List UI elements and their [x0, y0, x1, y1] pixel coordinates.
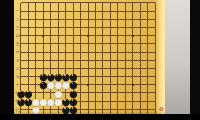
intersection — [129, 73, 136, 81]
go-board: 一二三四五六七八九十十一十二十三十四十五 ●●●●●●●●●●●●●●●●●●●… — [14, 0, 165, 120]
intersection — [152, 16, 159, 24]
intersection — [122, 89, 129, 97]
intersection — [144, 73, 151, 81]
intersection — [122, 16, 129, 24]
intersection — [55, 7, 62, 15]
intersection — [40, 24, 47, 32]
intersection — [25, 24, 32, 32]
intersection — [85, 16, 92, 24]
intersection — [137, 97, 144, 105]
intersection — [77, 97, 84, 105]
intersection — [144, 40, 151, 48]
intersection — [144, 89, 151, 97]
intersection — [107, 16, 114, 24]
intersection — [114, 16, 121, 24]
intersection — [70, 32, 77, 40]
intersection — [122, 32, 129, 40]
intersection — [85, 57, 92, 65]
intersection — [17, 57, 24, 65]
intersection — [107, 7, 114, 15]
intersection — [92, 97, 99, 105]
intersection — [99, 24, 106, 32]
intersection — [85, 73, 92, 81]
intersection — [122, 57, 129, 65]
intersection — [137, 81, 144, 89]
intersection — [25, 7, 32, 15]
intersection — [17, 7, 24, 15]
intersection — [99, 16, 106, 24]
intersection — [92, 24, 99, 32]
intersection — [114, 40, 121, 48]
intersection — [107, 48, 114, 56]
intersection — [77, 7, 84, 15]
intersection — [70, 57, 77, 65]
intersection — [152, 81, 159, 89]
intersection — [92, 32, 99, 40]
intersection — [85, 24, 92, 32]
intersection — [92, 65, 99, 73]
intersection — [129, 48, 136, 56]
intersection — [99, 40, 106, 48]
intersection — [144, 24, 151, 32]
intersection — [99, 81, 106, 89]
intersection — [77, 0, 84, 7]
intersection — [17, 48, 24, 56]
intersection — [137, 40, 144, 48]
intersection — [152, 57, 159, 65]
intersection — [17, 24, 24, 32]
intersection — [107, 65, 114, 73]
intersection — [99, 57, 106, 65]
intersection — [25, 73, 32, 81]
intersection — [107, 0, 114, 7]
intersection — [25, 0, 32, 7]
intersection — [114, 65, 121, 73]
intersection — [114, 7, 121, 15]
intersection — [62, 16, 69, 24]
intersection — [107, 24, 114, 32]
intersection — [55, 32, 62, 40]
intersection — [144, 57, 151, 65]
intersection — [85, 65, 92, 73]
intersection — [114, 32, 121, 40]
intersection — [137, 32, 144, 40]
intersection — [40, 48, 47, 56]
intersection — [107, 89, 114, 97]
intersection — [70, 48, 77, 56]
intersection — [137, 48, 144, 56]
intersection — [55, 0, 62, 7]
intersection — [62, 40, 69, 48]
intersection — [92, 0, 99, 7]
intersection — [122, 40, 129, 48]
intersection — [55, 57, 62, 65]
intersection — [152, 40, 159, 48]
intersection — [152, 89, 159, 97]
intersection — [47, 0, 54, 7]
intersection — [114, 97, 121, 105]
intersection — [85, 0, 92, 7]
intersection — [92, 40, 99, 48]
intersection — [144, 7, 151, 15]
intersection — [99, 97, 106, 105]
intersection — [40, 57, 47, 65]
intersection — [47, 32, 54, 40]
intersection — [144, 16, 151, 24]
intersection — [107, 73, 114, 81]
intersection — [62, 48, 69, 56]
intersection — [40, 40, 47, 48]
intersection — [129, 89, 136, 97]
intersection — [77, 65, 84, 73]
intersection — [107, 57, 114, 65]
intersection — [144, 48, 151, 56]
intersection — [77, 24, 84, 32]
intersection — [85, 32, 92, 40]
intersection — [144, 81, 151, 89]
bottom-letterbox-bar — [0, 114, 200, 120]
intersection — [55, 24, 62, 32]
intersection — [70, 0, 77, 7]
intersection — [40, 7, 47, 15]
intersection — [17, 32, 24, 40]
intersection — [144, 97, 151, 105]
intersection — [77, 40, 84, 48]
intersection — [77, 48, 84, 56]
intersection — [32, 48, 39, 56]
photo-frame: 一二三四五六七八九十十一十二十三十四十五 ●●●●●●●●●●●●●●●●●●●… — [0, 0, 200, 120]
intersection — [55, 16, 62, 24]
intersection — [62, 7, 69, 15]
intersection — [47, 7, 54, 15]
intersection — [122, 7, 129, 15]
intersection — [107, 81, 114, 89]
intersection — [70, 7, 77, 15]
intersection — [25, 48, 32, 56]
intersection — [70, 24, 77, 32]
intersection — [85, 48, 92, 56]
intersection — [77, 57, 84, 65]
intersection — [129, 40, 136, 48]
intersection — [40, 16, 47, 24]
intersection — [114, 24, 121, 32]
intersection — [152, 24, 159, 32]
intersection — [85, 40, 92, 48]
intersection — [144, 32, 151, 40]
intersection — [47, 48, 54, 56]
intersection — [77, 81, 84, 89]
left-letterbox-bar — [0, 0, 14, 120]
intersection — [122, 97, 129, 105]
intersection — [152, 32, 159, 40]
intersection — [85, 89, 92, 97]
intersection — [122, 81, 129, 89]
intersection — [114, 57, 121, 65]
intersection — [17, 0, 24, 7]
intersection — [129, 65, 136, 73]
intersection — [99, 0, 106, 7]
intersection — [77, 16, 84, 24]
intersection — [17, 40, 24, 48]
intersection — [114, 81, 121, 89]
intersection — [99, 7, 106, 15]
intersection — [55, 48, 62, 56]
intersection — [77, 32, 84, 40]
intersection — [99, 65, 106, 73]
intersection — [32, 32, 39, 40]
intersection — [122, 48, 129, 56]
background-wall — [165, 0, 190, 120]
intersection — [40, 32, 47, 40]
intersection — [137, 16, 144, 24]
intersection — [122, 73, 129, 81]
intersection — [114, 48, 121, 56]
intersection — [129, 97, 136, 105]
intersection — [152, 48, 159, 56]
intersection — [122, 65, 129, 73]
intersection — [152, 73, 159, 81]
intersection — [62, 32, 69, 40]
intersection — [25, 32, 32, 40]
intersection — [92, 73, 99, 81]
intersection — [17, 65, 24, 73]
intersection — [129, 24, 136, 32]
intersection — [92, 57, 99, 65]
intersection — [85, 7, 92, 15]
intersection — [99, 48, 106, 56]
intersection — [137, 24, 144, 32]
intersection — [107, 32, 114, 40]
intersection — [137, 89, 144, 97]
intersection — [25, 57, 32, 65]
intersection — [137, 73, 144, 81]
intersection — [17, 73, 24, 81]
intersection — [137, 0, 144, 7]
intersection — [107, 40, 114, 48]
intersection — [99, 32, 106, 40]
intersection — [99, 89, 106, 97]
intersection — [17, 16, 24, 24]
intersection — [25, 40, 32, 48]
intersection — [144, 0, 151, 7]
intersection — [99, 73, 106, 81]
intersection — [32, 24, 39, 32]
intersection — [152, 65, 159, 73]
intersection — [114, 0, 121, 7]
intersection — [77, 73, 84, 81]
intersection — [62, 24, 69, 32]
intersection — [122, 24, 129, 32]
intersection — [152, 7, 159, 15]
intersection — [47, 24, 54, 32]
intersection — [32, 40, 39, 48]
intersection — [25, 65, 32, 73]
intersection — [114, 89, 121, 97]
intersection — [62, 57, 69, 65]
intersection — [137, 57, 144, 65]
intersection — [47, 57, 54, 65]
intersection — [70, 40, 77, 48]
intersection — [92, 48, 99, 56]
intersection — [47, 16, 54, 24]
intersection — [129, 7, 136, 15]
intersection — [70, 16, 77, 24]
intersection — [152, 0, 159, 7]
intersection — [32, 16, 39, 24]
intersection — [144, 65, 151, 73]
intersection — [92, 16, 99, 24]
intersection — [107, 97, 114, 105]
intersection — [32, 7, 39, 15]
intersection — [92, 7, 99, 15]
intersection — [32, 57, 39, 65]
intersection — [77, 89, 84, 97]
intersection — [92, 81, 99, 89]
intersection — [122, 0, 129, 7]
intersection — [85, 97, 92, 105]
intersection — [62, 0, 69, 7]
intersection — [92, 89, 99, 97]
intersection — [129, 81, 136, 89]
board-grid: ●●●●●●●●●●●●●●●●●●●●●●●●● — [17, 0, 159, 120]
intersection — [129, 32, 136, 40]
intersection — [55, 40, 62, 48]
intersection — [129, 57, 136, 65]
intersection — [129, 0, 136, 7]
intersection — [114, 73, 121, 81]
intersection — [137, 65, 144, 73]
right-letterbox-bar — [190, 0, 200, 120]
intersection — [25, 16, 32, 24]
intersection — [129, 16, 136, 24]
intersection — [32, 0, 39, 7]
intersection — [47, 40, 54, 48]
intersection — [40, 0, 47, 7]
intersection — [85, 81, 92, 89]
intersection — [137, 7, 144, 15]
